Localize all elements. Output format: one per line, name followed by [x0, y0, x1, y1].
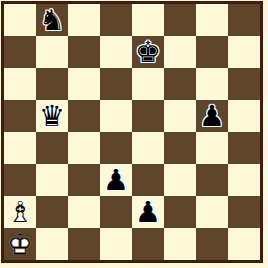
square-e2[interactable]: ♟ [132, 196, 164, 228]
square-g1[interactable] [196, 228, 228, 260]
square-f6[interactable] [164, 68, 196, 100]
square-c8[interactable] [68, 4, 100, 36]
white-king-line: ♔ [4, 228, 36, 260]
black-king-piece: ♚ [132, 36, 164, 68]
white-bishop-piece: ♝♗ [4, 196, 36, 228]
square-a8[interactable] [4, 4, 36, 36]
square-a6[interactable] [4, 68, 36, 100]
black-pawn-piece: ♟ [100, 164, 132, 196]
square-g8[interactable] [196, 4, 228, 36]
square-b4[interactable] [36, 132, 68, 164]
square-h1[interactable] [228, 228, 260, 260]
square-e1[interactable] [132, 228, 164, 260]
square-a3[interactable] [4, 164, 36, 196]
square-d3[interactable]: ♟ [100, 164, 132, 196]
square-d4[interactable] [100, 132, 132, 164]
square-g7[interactable] [196, 36, 228, 68]
square-c3[interactable] [68, 164, 100, 196]
square-g3[interactable] [196, 164, 228, 196]
square-e5[interactable] [132, 100, 164, 132]
square-d8[interactable] [100, 4, 132, 36]
square-h4[interactable] [228, 132, 260, 164]
square-f4[interactable] [164, 132, 196, 164]
square-c1[interactable] [68, 228, 100, 260]
black-pawn-piece: ♟ [196, 100, 228, 132]
black-queen-piece: ♛ [36, 100, 68, 132]
square-e3[interactable] [132, 164, 164, 196]
square-e8[interactable] [132, 4, 164, 36]
square-f5[interactable] [164, 100, 196, 132]
square-f2[interactable] [164, 196, 196, 228]
square-a4[interactable] [4, 132, 36, 164]
white-bishop-line: ♗ [4, 196, 36, 228]
square-a7[interactable] [4, 36, 36, 68]
square-d7[interactable] [100, 36, 132, 68]
square-b2[interactable] [36, 196, 68, 228]
square-f7[interactable] [164, 36, 196, 68]
square-d1[interactable] [100, 228, 132, 260]
square-c7[interactable] [68, 36, 100, 68]
square-g2[interactable] [196, 196, 228, 228]
square-b3[interactable] [36, 164, 68, 196]
square-a5[interactable] [4, 100, 36, 132]
chess-board-frame: ♞♚♛♟♟♝♗♟♚♔ [0, 0, 268, 268]
black-pawn-piece: ♟ [132, 196, 164, 228]
square-c4[interactable] [68, 132, 100, 164]
square-e6[interactable] [132, 68, 164, 100]
square-f3[interactable] [164, 164, 196, 196]
square-c2[interactable] [68, 196, 100, 228]
square-e4[interactable] [132, 132, 164, 164]
white-king-piece: ♚♔ [4, 228, 36, 260]
square-h2[interactable] [228, 196, 260, 228]
square-h3[interactable] [228, 164, 260, 196]
black-knight-piece: ♞ [36, 4, 68, 36]
square-c5[interactable] [68, 100, 100, 132]
chess-board: ♞♚♛♟♟♝♗♟♚♔ [1, 1, 263, 263]
square-b7[interactable] [36, 36, 68, 68]
square-b1[interactable] [36, 228, 68, 260]
square-e7[interactable]: ♚ [132, 36, 164, 68]
square-g5[interactable]: ♟ [196, 100, 228, 132]
square-b6[interactable] [36, 68, 68, 100]
square-h5[interactable] [228, 100, 260, 132]
square-a1[interactable]: ♚♔ [4, 228, 36, 260]
square-d6[interactable] [100, 68, 132, 100]
square-d2[interactable] [100, 196, 132, 228]
square-g4[interactable] [196, 132, 228, 164]
square-d5[interactable] [100, 100, 132, 132]
square-b5[interactable]: ♛ [36, 100, 68, 132]
square-b8[interactable]: ♞ [36, 4, 68, 36]
square-c6[interactable] [68, 68, 100, 100]
square-g6[interactable] [196, 68, 228, 100]
square-h6[interactable] [228, 68, 260, 100]
square-a2[interactable]: ♝♗ [4, 196, 36, 228]
square-h8[interactable] [228, 4, 260, 36]
square-f1[interactable] [164, 228, 196, 260]
square-h7[interactable] [228, 36, 260, 68]
square-f8[interactable] [164, 4, 196, 36]
